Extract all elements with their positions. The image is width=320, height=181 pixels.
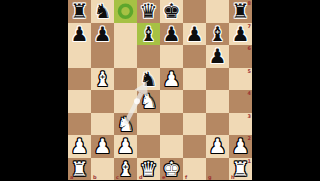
square-h1[interactable]: 1h♜ xyxy=(229,158,252,181)
black-pawn-a7[interactable]: ♟ xyxy=(68,23,91,46)
square-e6[interactable] xyxy=(160,45,183,68)
square-e2[interactable] xyxy=(160,135,183,158)
rank-label-1: 1 xyxy=(248,158,251,164)
file-label-a: a xyxy=(70,174,73,180)
rank-label-5: 5 xyxy=(248,68,251,74)
square-g7[interactable]: ♝ xyxy=(206,23,229,46)
square-h3[interactable]: 3 xyxy=(229,113,252,136)
black-knight-d5[interactable]: ♞ xyxy=(137,68,160,91)
square-a2[interactable]: ♟ xyxy=(68,135,91,158)
letterbox-right xyxy=(252,0,320,180)
square-d8[interactable]: ♛ xyxy=(137,0,160,23)
rank-label-4: 4 xyxy=(248,90,251,96)
file-label-d: d xyxy=(139,174,143,180)
file-label-e: e xyxy=(162,174,165,180)
file-label-f: f xyxy=(185,174,187,180)
square-b7[interactable]: ♟ xyxy=(91,23,114,46)
square-b6[interactable] xyxy=(91,45,114,68)
square-g6[interactable]: ♟ xyxy=(206,45,229,68)
file-label-c: c xyxy=(116,174,119,180)
white-knight-d4[interactable]: ♞ xyxy=(137,90,160,113)
rank-label-2: 2 xyxy=(248,135,251,141)
square-d2[interactable] xyxy=(137,135,160,158)
file-label-h: h xyxy=(231,174,235,180)
square-e7[interactable]: ♟ xyxy=(160,23,183,46)
square-f7[interactable]: ♟ xyxy=(183,23,206,46)
square-e8[interactable]: ♚ xyxy=(160,0,183,23)
square-c3[interactable]: ♞ xyxy=(114,113,137,136)
square-a6[interactable] xyxy=(68,45,91,68)
black-rook-a8[interactable]: ♜ xyxy=(68,0,91,23)
square-e4[interactable] xyxy=(160,90,183,113)
white-pawn-b2[interactable]: ♟ xyxy=(91,135,114,158)
file-label-g: g xyxy=(208,174,212,180)
square-d7[interactable]: ♝ xyxy=(137,23,160,46)
square-b8[interactable]: ♞ xyxy=(91,0,114,23)
chess-board: ♜♞♛♚8♜♟♟♝♟♟♝7♟♟6♝♞♟5♞4♞3♟♟♟♟2♟a♜bc♝d♛e♚f… xyxy=(68,0,252,180)
square-f6[interactable] xyxy=(183,45,206,68)
black-bishop-d7[interactable]: ♝ xyxy=(137,23,160,46)
square-c6[interactable] xyxy=(114,45,137,68)
black-queen-d8[interactable]: ♛ xyxy=(137,0,160,23)
square-f1[interactable]: f xyxy=(183,158,206,181)
square-b5[interactable]: ♝ xyxy=(91,68,114,91)
square-g3[interactable] xyxy=(206,113,229,136)
white-bishop-b5[interactable]: ♝ xyxy=(91,68,114,91)
square-g1[interactable]: g xyxy=(206,158,229,181)
white-pawn-c2[interactable]: ♟ xyxy=(114,135,137,158)
black-pawn-e7[interactable]: ♟ xyxy=(160,23,183,46)
square-h4[interactable]: 4 xyxy=(229,90,252,113)
white-pawn-g2[interactable]: ♟ xyxy=(206,135,229,158)
square-f8[interactable] xyxy=(183,0,206,23)
file-label-b: b xyxy=(93,174,97,180)
white-pawn-e5[interactable]: ♟ xyxy=(160,68,183,91)
square-e1[interactable]: e♚ xyxy=(160,158,183,181)
black-knight-b8[interactable]: ♞ xyxy=(91,0,114,23)
square-e5[interactable]: ♟ xyxy=(160,68,183,91)
square-d5[interactable]: ♞ xyxy=(137,68,160,91)
square-h8[interactable]: 8♜ xyxy=(229,0,252,23)
square-a3[interactable] xyxy=(68,113,91,136)
black-bishop-g7[interactable]: ♝ xyxy=(206,23,229,46)
letterbox-left xyxy=(0,0,68,180)
square-c5[interactable] xyxy=(114,68,137,91)
square-a1[interactable]: a♜ xyxy=(68,158,91,181)
square-a5[interactable] xyxy=(68,68,91,91)
black-pawn-g6[interactable]: ♟ xyxy=(206,45,229,68)
square-f3[interactable] xyxy=(183,113,206,136)
square-c1[interactable]: c♝ xyxy=(114,158,137,181)
square-a8[interactable]: ♜ xyxy=(68,0,91,23)
thumbnail-stage: ♜♞♛♚8♜♟♟♝♟♟♝7♟♟6♝♞♟5♞4♞3♟♟♟♟2♟a♜bc♝d♛e♚f… xyxy=(0,0,320,180)
square-g8[interactable] xyxy=(206,0,229,23)
black-pawn-f7[interactable]: ♟ xyxy=(183,23,206,46)
white-pawn-a2[interactable]: ♟ xyxy=(68,135,91,158)
square-d6[interactable] xyxy=(137,45,160,68)
rank-label-7: 7 xyxy=(248,23,251,29)
square-d4[interactable]: ♞ xyxy=(137,90,160,113)
square-g5[interactable] xyxy=(206,68,229,91)
square-f2[interactable] xyxy=(183,135,206,158)
square-a7[interactable]: ♟ xyxy=(68,23,91,46)
rank-label-3: 3 xyxy=(248,113,251,119)
square-c4[interactable] xyxy=(114,90,137,113)
square-h5[interactable]: 5 xyxy=(229,68,252,91)
square-h7[interactable]: 7♟ xyxy=(229,23,252,46)
square-g4[interactable] xyxy=(206,90,229,113)
square-d1[interactable]: d♛ xyxy=(137,158,160,181)
rank-label-6: 6 xyxy=(248,45,251,51)
square-c2[interactable]: ♟ xyxy=(114,135,137,158)
rank-label-8: 8 xyxy=(248,0,251,6)
square-b3[interactable] xyxy=(91,113,114,136)
square-h2[interactable]: 2♟ xyxy=(229,135,252,158)
square-b2[interactable]: ♟ xyxy=(91,135,114,158)
black-pawn-b7[interactable]: ♟ xyxy=(91,23,114,46)
square-d3[interactable] xyxy=(137,113,160,136)
square-c8[interactable] xyxy=(114,0,137,23)
square-a4[interactable] xyxy=(68,90,91,113)
square-e3[interactable] xyxy=(160,113,183,136)
square-b4[interactable] xyxy=(91,90,114,113)
square-b1[interactable]: b xyxy=(91,158,114,181)
square-c7[interactable] xyxy=(114,23,137,46)
square-f4[interactable] xyxy=(183,90,206,113)
white-knight-c3[interactable]: ♞ xyxy=(114,113,137,136)
square-g2[interactable]: ♟ xyxy=(206,135,229,158)
black-king-e8[interactable]: ♚ xyxy=(160,0,183,23)
square-h6[interactable]: 6 xyxy=(229,45,252,68)
square-f5[interactable] xyxy=(183,68,206,91)
